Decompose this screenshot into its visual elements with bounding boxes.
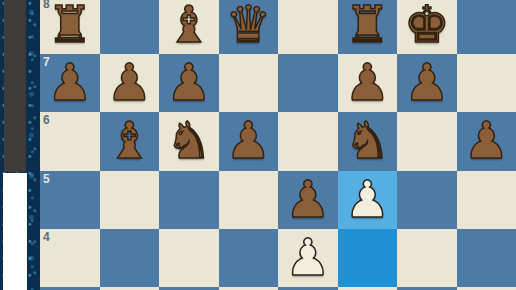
square-e5[interactable]: ♟ <box>278 171 338 229</box>
black-pawn-g7[interactable]: ♟ <box>397 54 457 112</box>
square-a5[interactable]: 5 <box>40 171 100 229</box>
square-b8[interactable] <box>100 0 160 54</box>
black-king-g8[interactable]: ♚ <box>397 0 457 54</box>
rank-label-4: 4 <box>43 230 50 244</box>
rank-label-6: 6 <box>43 113 50 127</box>
black-bishop-b6[interactable]: ♝ <box>100 112 160 170</box>
black-queen-d8[interactable]: ♛ <box>219 0 279 54</box>
square-g4[interactable] <box>397 229 457 287</box>
square-b7[interactable]: ♟ <box>100 54 160 112</box>
square-a6[interactable]: 6 <box>40 112 100 170</box>
square-e6[interactable] <box>278 112 338 170</box>
square-d8[interactable]: ♛ <box>219 0 279 54</box>
black-bishop-c8[interactable]: ♝ <box>159 0 219 54</box>
square-a8[interactable]: 8♜ <box>40 0 100 54</box>
square-a4[interactable]: 4 <box>40 229 100 287</box>
square-d7[interactable] <box>219 54 279 112</box>
black-rook-a8[interactable]: ♜ <box>40 0 100 54</box>
square-d5[interactable] <box>219 171 279 229</box>
square-f6[interactable]: ♞ <box>338 112 398 170</box>
square-d6[interactable]: ♟ <box>219 112 279 170</box>
chess-board[interactable]: 8♜♝♛♜♚7♟♟♟♟♟6♝♞♟♞♟5♟♟4♟321 <box>40 0 516 290</box>
square-a7[interactable]: 7♟ <box>40 54 100 112</box>
square-e7[interactable] <box>278 54 338 112</box>
black-pawn-b7[interactable]: ♟ <box>100 54 160 112</box>
square-h4[interactable] <box>457 229 516 287</box>
square-g8[interactable]: ♚ <box>397 0 457 54</box>
square-h7[interactable] <box>457 54 516 112</box>
square-c5[interactable] <box>159 171 219 229</box>
square-f8[interactable]: ♜ <box>338 0 398 54</box>
square-g6[interactable] <box>397 112 457 170</box>
square-f4[interactable] <box>338 229 398 287</box>
square-g7[interactable]: ♟ <box>397 54 457 112</box>
square-b6[interactable]: ♝ <box>100 112 160 170</box>
black-pawn-a7[interactable]: ♟ <box>40 54 100 112</box>
square-g5[interactable] <box>397 171 457 229</box>
rank-label-5: 5 <box>43 172 50 186</box>
square-e8[interactable] <box>278 0 338 54</box>
square-e4[interactable]: ♟ <box>278 229 338 287</box>
black-pawn-d6[interactable]: ♟ <box>219 112 279 170</box>
square-h6[interactable]: ♟ <box>457 112 516 170</box>
video-frame: 8♜♝♛♜♚7♟♟♟♟♟6♝♞♟♞♟5♟♟4♟321 <box>0 0 516 290</box>
square-b4[interactable] <box>100 229 160 287</box>
square-h8[interactable] <box>457 0 516 54</box>
square-b5[interactable] <box>100 171 160 229</box>
black-pawn-c7[interactable]: ♟ <box>159 54 219 112</box>
black-pawn-e5[interactable]: ♟ <box>278 171 338 229</box>
black-rook-f8[interactable]: ♜ <box>338 0 398 54</box>
square-c7[interactable]: ♟ <box>159 54 219 112</box>
square-d4[interactable] <box>219 229 279 287</box>
white-vertical-bar <box>3 173 27 290</box>
square-c4[interactable] <box>159 229 219 287</box>
black-knight-c6[interactable]: ♞ <box>159 112 219 170</box>
square-f5[interactable]: ♟ <box>338 171 398 229</box>
black-pawn-h6[interactable]: ♟ <box>457 112 516 170</box>
white-pawn-e4[interactable]: ♟ <box>278 229 338 287</box>
square-f7[interactable]: ♟ <box>338 54 398 112</box>
dark-vertical-bar <box>4 0 26 172</box>
square-h5[interactable] <box>457 171 516 229</box>
black-knight-f6[interactable]: ♞ <box>338 112 398 170</box>
square-c8[interactable]: ♝ <box>159 0 219 54</box>
square-c6[interactable]: ♞ <box>159 112 219 170</box>
black-pawn-f7[interactable]: ♟ <box>338 54 398 112</box>
white-pawn-f5[interactable]: ♟ <box>338 171 398 229</box>
